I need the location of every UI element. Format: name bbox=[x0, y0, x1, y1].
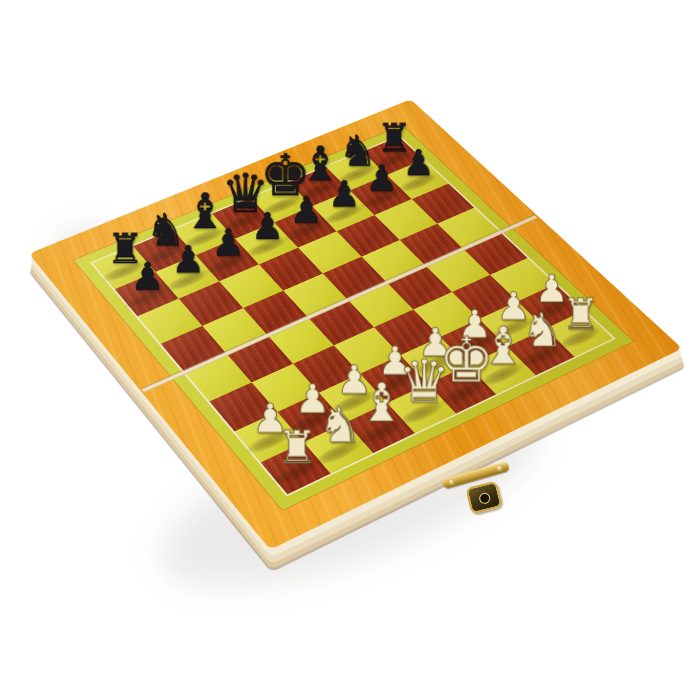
chess-set-photo: ♜♞♝♛♚♝♞♜♟♟♟♟♟♟♟♟♟♟♟♟♟♟♟♟♜♞♝♛♚♝♞♜ bbox=[0, 0, 700, 700]
black-pawn[interactable]: ♟ bbox=[245, 209, 291, 244]
black-pawn[interactable]: ♟ bbox=[165, 242, 211, 278]
board-margin: ♜♞♝♛♚♝♞♜♟♟♟♟♟♟♟♟♟♟♟♟♟♟♟♟♜♞♝♛♚♝♞♜ bbox=[74, 126, 633, 510]
brass-clasp bbox=[440, 458, 530, 528]
black-pawn[interactable]: ♟ bbox=[284, 193, 329, 228]
square-a6[interactable] bbox=[137, 299, 202, 344]
clasp-hasp bbox=[465, 481, 503, 515]
square-a1[interactable]: ♜ bbox=[261, 442, 331, 494]
white-rook[interactable]: ♜ bbox=[271, 426, 322, 469]
wooden-box-top: ♜♞♝♛♚♝♞♜♟♟♟♟♟♟♟♟♟♟♟♟♟♟♟♟♜♞♝♛♚♝♞♜ bbox=[29, 99, 682, 550]
clasp-hole bbox=[478, 492, 491, 505]
square-h5[interactable] bbox=[437, 208, 500, 249]
black-pawn[interactable]: ♟ bbox=[124, 259, 171, 295]
black-pawn[interactable]: ♟ bbox=[205, 225, 251, 260]
